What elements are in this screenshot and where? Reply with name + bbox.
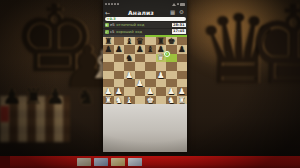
square-f2[interactable]: [156, 87, 167, 95]
square-a1[interactable]: ♜: [103, 96, 114, 104]
move-row-1[interactable]: ★ e5 отличный ход 28:31: [103, 22, 187, 28]
signal-icon: [172, 3, 176, 6]
move-text: c5: [110, 29, 115, 35]
black-pawn-a7: ♟: [103, 45, 114, 53]
square-c3[interactable]: [124, 79, 135, 87]
square-a5[interactable]: [103, 62, 114, 70]
square-a4[interactable]: [103, 71, 114, 79]
square-b5[interactable]: [114, 62, 125, 70]
white-knight-b1: ♞: [114, 96, 125, 104]
square-d6[interactable]: [135, 54, 146, 62]
square-h4[interactable]: [177, 71, 188, 79]
phone-screenshot-panel: ← Анализ ▦ ⚙ +0.3 ★ e5 отличный ход 28:3…: [103, 0, 187, 151]
move-label: хороший ход: [116, 29, 171, 35]
square-b1[interactable]: ♞: [114, 96, 125, 104]
battery-icon: [180, 3, 185, 6]
square-g5[interactable]: [166, 62, 177, 70]
move-quality-icon: ✓: [105, 30, 109, 34]
square-d5[interactable]: [135, 62, 146, 70]
panel-lower-area: [103, 104, 187, 152]
bg-king-silhouette-right: ♚: [246, 0, 300, 100]
gear-icon[interactable]: ⚙: [178, 8, 185, 17]
white-pawn-d3: ♟: [135, 79, 146, 87]
status-right-icons: [172, 3, 185, 6]
square-a6[interactable]: [103, 54, 114, 62]
square-c8[interactable]: ♝: [124, 37, 135, 45]
square-d1[interactable]: [135, 96, 146, 104]
move-row-2[interactable]: ✓ c5 хороший ход 17:45: [103, 29, 187, 35]
square-d7[interactable]: ♟: [135, 45, 146, 53]
square-c4[interactable]: ♟: [124, 71, 135, 79]
evaluation-value: +0.3: [105, 17, 116, 21]
black-bishop-c8: ♝: [124, 37, 135, 45]
move-quality-icon: ★: [105, 23, 109, 27]
screenshot-root: ♚ ♟ ♝ ♛ ♚ ♟♜♟ ♞ ← Анализ ▦ ⚙ +0.: [0, 0, 300, 168]
board-icon[interactable]: ▦: [169, 8, 176, 17]
bg-red-object: [0, 106, 9, 122]
white-rook-a1: ♜: [103, 96, 114, 104]
square-d2[interactable]: [135, 87, 146, 95]
square-h7[interactable]: ♟: [177, 45, 188, 53]
square-e6[interactable]: [145, 54, 156, 62]
evaluation-bar: +0.3: [105, 17, 186, 21]
square-e5[interactable]: [145, 62, 156, 70]
move-text: e5: [110, 22, 115, 28]
square-g1[interactable]: ♞: [166, 96, 177, 104]
page-title: Анализ: [115, 8, 167, 17]
square-h6[interactable]: [177, 54, 188, 62]
white-king-e1: ♚: [145, 96, 156, 104]
status-bar: [103, 0, 187, 8]
square-h1[interactable]: ♜: [177, 96, 188, 104]
banner-left-edge: [0, 156, 10, 168]
white-knight-g1: ♞: [166, 96, 177, 104]
square-b6[interactable]: [114, 54, 125, 62]
square-b7[interactable]: ♟: [114, 45, 125, 53]
square-g4[interactable]: [166, 71, 177, 79]
square-e4[interactable]: [145, 71, 156, 79]
black-bishop-e7: ♝: [145, 45, 156, 53]
banner-thumbnail[interactable]: [94, 158, 108, 166]
status-notification-icons: [105, 3, 119, 5]
black-pawn-d7: ♟: [135, 45, 146, 53]
square-a7[interactable]: ♟: [103, 45, 114, 53]
app-header: ← Анализ ▦ ⚙: [103, 8, 187, 17]
square-f1[interactable]: [156, 96, 167, 104]
square-b4[interactable]: [114, 71, 125, 79]
clock-value: 17:45: [172, 29, 185, 34]
square-c1[interactable]: ♝: [124, 96, 135, 104]
square-f3[interactable]: [156, 79, 167, 87]
black-king-g8: ♚: [166, 37, 177, 45]
banner-thumbnail[interactable]: [77, 158, 91, 166]
bottom-banner[interactable]: [0, 156, 300, 168]
square-e1[interactable]: ♚: [145, 96, 156, 104]
bg-blurred-pieces-row: ♟♜♟ ♞: [2, 84, 102, 109]
black-pawn-h7: ♟: [177, 45, 188, 53]
move-label: отличный ход: [116, 22, 170, 28]
back-arrow-icon[interactable]: ←: [105, 8, 113, 17]
square-c6[interactable]: ♞: [124, 54, 135, 62]
move-rows: ★ e5 отличный ход 28:31 ✓ c5 хороший ход…: [103, 22, 187, 35]
square-f4[interactable]: ♟: [156, 71, 167, 79]
square-d3[interactable]: ♟: [135, 79, 146, 87]
black-pawn-b7: ♟: [114, 45, 125, 53]
square-e7[interactable]: ♝: [145, 45, 156, 53]
clock-value: 28:31: [172, 23, 185, 28]
chess-board[interactable]: ♜♝♛♜♚♟♟♟♝♟♟♞♛♟♟♟♟♟♟♟♟♜♞♝♚♞♜+: [103, 37, 187, 104]
white-pawn-f4: ♟: [156, 71, 167, 79]
black-knight-c6: ♞: [124, 54, 135, 62]
square-h5[interactable]: [177, 62, 188, 70]
white-pawn-c4: ♟: [124, 71, 135, 79]
white-rook-h1: ♜: [177, 96, 188, 104]
banner-thumbnail[interactable]: [111, 158, 125, 166]
square-g8[interactable]: ♚: [166, 37, 177, 45]
white-bishop-c1: ♝: [124, 96, 135, 104]
banner-thumbnail[interactable]: [128, 158, 142, 166]
